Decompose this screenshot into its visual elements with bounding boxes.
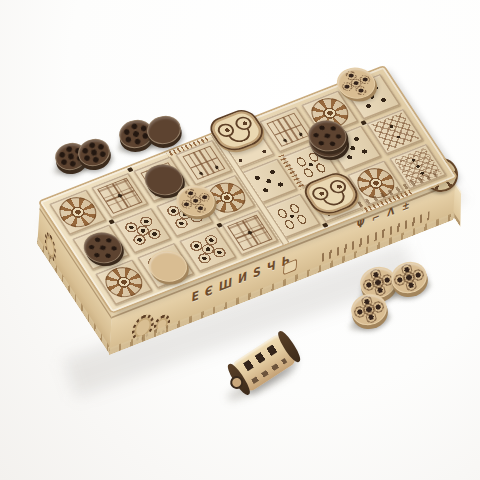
photo-scene: ЕЄШИЅЧЬ Ψ⌐Λ± (0, 0, 480, 480)
wood-peg (322, 223, 329, 228)
dice-axle (228, 374, 246, 392)
plaque-engraving (323, 191, 349, 208)
plaque-engraving (228, 128, 254, 145)
